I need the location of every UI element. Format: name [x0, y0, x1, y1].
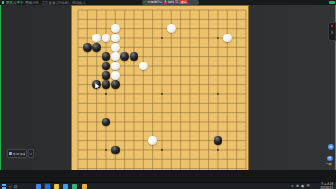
stone-white: [111, 62, 120, 71]
side-panel-tab[interactable]: ❯: [328, 22, 336, 41]
stone-white: [139, 62, 148, 71]
stone-black: [102, 71, 111, 80]
taskbar-left: ○ ⊡: [2, 183, 17, 189]
taskbar-app-0[interactable]: [35, 183, 41, 189]
ime-indicator[interactable]: 中: [306, 185, 310, 189]
star-point: [105, 149, 107, 151]
star-point: [105, 93, 107, 95]
stone-white: [148, 136, 157, 145]
taskbar-app-1[interactable]: [44, 183, 50, 189]
stone-white: [111, 52, 120, 61]
app-icon: [36, 184, 41, 189]
chat-button[interactable]: 聊: [328, 144, 334, 150]
taskbar-app-2[interactable]: [53, 183, 59, 189]
stone-white: [111, 71, 120, 80]
window-title: 屏幕共享中: [6, 1, 24, 5]
notification-badge: 3: [164, 1, 167, 4]
source-dropdown[interactable]: ▾: [28, 149, 34, 158]
screen: 屏幕共享中 围棋对局 - 正在直播 (19路盘) - 观战模式 ✓ 对局进行中 …: [0, 0, 336, 189]
go-board[interactable]: [71, 5, 249, 171]
game-control-panel: 162/162 第162手 黑方 悔棋 形势判断 申请数子: [0, 170, 336, 182]
task-view-icon[interactable]: ⊡: [14, 185, 17, 189]
tray-icon-2[interactable]: ◉: [301, 185, 304, 189]
window-title-group: 屏幕共享中 围棋对局 - 正在直播 (19路盘) - 观战模式: [2, 1, 86, 5]
window-subtitle: 围棋对局 - 正在直播 (19路盘) - 观战模式: [25, 1, 85, 5]
quick-action-hint: 一键: [326, 162, 332, 166]
like-button[interactable]: 赞: [327, 156, 333, 162]
system-tray: ∧⊕◉中: [291, 183, 310, 189]
stone-black: [111, 80, 120, 89]
clock-date: 2024/6/15: [311, 187, 333, 189]
taskbar-apps: [35, 183, 87, 189]
stone-black: [111, 146, 120, 155]
check-icon: ✓: [144, 1, 147, 4]
stone-white: [111, 24, 120, 33]
stone-black: [83, 43, 92, 52]
app-icon: [82, 184, 87, 189]
taskbar: ○ ⊡ ∧⊕◉中 下午 4:18 2024/6/15: [0, 182, 336, 189]
stone-white: [167, 24, 176, 33]
search-icon[interactable]: ○: [9, 185, 11, 189]
star-point: [217, 93, 219, 95]
viewers-label: 观战 12: [168, 1, 178, 4]
chevron-down-icon: ▾: [30, 152, 32, 156]
app-icon: [2, 1, 4, 3]
taskbar-app-5[interactable]: [81, 183, 87, 189]
stone-white: [111, 34, 120, 43]
taskbar-app-3[interactable]: [63, 183, 69, 189]
app-icon: [54, 184, 59, 189]
taskbar-app-4[interactable]: [72, 183, 78, 189]
share-indicator: [329, 1, 335, 5]
star-point: [217, 149, 219, 151]
stone-white: [111, 43, 120, 52]
tray-icon-0[interactable]: ∧: [291, 185, 294, 189]
app-icon: [72, 184, 77, 189]
share-control-pill[interactable]: ✓ 对局进行中 3 观战 12 退出: [142, 0, 199, 4]
start-button[interactable]: [2, 184, 6, 188]
share-status-label: 对局进行中: [147, 1, 162, 4]
tray-icon-1[interactable]: ⊕: [296, 185, 299, 189]
app-icon: [63, 184, 68, 189]
star-point: [161, 93, 163, 95]
app-icon: [45, 184, 50, 189]
exit-button[interactable]: 退出: [179, 0, 188, 4]
stone-white: [223, 34, 232, 43]
source-label: 来源:屏幕: [13, 152, 25, 156]
taskbar-clock[interactable]: 下午 4:18 2024/6/15: [311, 183, 333, 189]
stone-black: [92, 43, 101, 52]
chevron-right-icon: ❯: [331, 30, 334, 34]
source-pill[interactable]: 来源:屏幕: [7, 149, 27, 158]
source-widget: 来源:屏幕 ▾: [7, 149, 34, 158]
star-point: [161, 149, 163, 151]
star-point: [161, 37, 163, 39]
star-point: [217, 37, 219, 39]
notification-dot: [331, 25, 333, 27]
screen-icon: [9, 152, 12, 155]
